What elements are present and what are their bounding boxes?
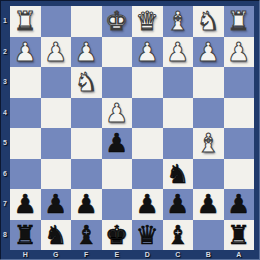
white-pawn-e4[interactable]: ♟ xyxy=(102,98,133,129)
black-pawn-g7[interactable]: ♟ xyxy=(41,189,72,220)
black-rook-a8[interactable]: ♜ xyxy=(224,220,255,251)
square-b4[interactable] xyxy=(193,98,224,129)
square-e4[interactable]: ♟ xyxy=(102,98,133,129)
square-e6[interactable] xyxy=(102,159,133,190)
white-pawn-h2[interactable]: ♟ xyxy=(10,37,41,68)
rank-label-7: 7 xyxy=(0,189,10,220)
white-bishop-b5[interactable]: ♝ xyxy=(193,128,224,159)
square-a3[interactable] xyxy=(224,67,255,98)
square-b3[interactable] xyxy=(193,67,224,98)
rank-label-5: 5 xyxy=(0,128,10,159)
square-h2[interactable]: ♟ xyxy=(10,37,41,68)
square-d7[interactable]: ♟ xyxy=(132,189,163,220)
square-a7[interactable]: ♟ xyxy=(224,189,255,220)
square-f8[interactable]: ♝ xyxy=(71,220,102,251)
square-d2[interactable]: ♟ xyxy=(132,37,163,68)
file-label-b: B xyxy=(193,250,224,260)
square-a2[interactable]: ♟ xyxy=(224,37,255,68)
white-pawn-b2[interactable]: ♟ xyxy=(193,37,224,68)
square-g4[interactable] xyxy=(41,98,72,129)
square-c1[interactable]: ♝ xyxy=(163,6,194,37)
black-pawn-a7[interactable]: ♟ xyxy=(224,189,255,220)
rank-label-1: 1 xyxy=(0,6,10,37)
square-f1[interactable] xyxy=(71,6,102,37)
square-f7[interactable]: ♟ xyxy=(71,189,102,220)
square-g1[interactable] xyxy=(41,6,72,37)
square-d4[interactable] xyxy=(132,98,163,129)
square-d5[interactable] xyxy=(132,128,163,159)
white-knight-f3[interactable]: ♞ xyxy=(71,67,102,98)
black-rook-h8[interactable]: ♜ xyxy=(10,220,41,251)
square-h3[interactable] xyxy=(10,67,41,98)
chess-board: ♜♚♛♝♞♜♟♟♟♟♟♟♟♞♟♟♝♞♟♟♟♟♟♟♟♜♞♝♚♛♝♜ xyxy=(10,6,254,250)
square-c8[interactable]: ♝ xyxy=(163,220,194,251)
white-pawn-g2[interactable]: ♟ xyxy=(41,37,72,68)
white-king-e1[interactable]: ♚ xyxy=(102,6,133,37)
square-f6[interactable] xyxy=(71,159,102,190)
square-d6[interactable] xyxy=(132,159,163,190)
square-c7[interactable]: ♟ xyxy=(163,189,194,220)
square-c3[interactable] xyxy=(163,67,194,98)
square-g5[interactable] xyxy=(41,128,72,159)
rank-label-3: 3 xyxy=(0,67,10,98)
rank-label-4: 4 xyxy=(0,98,10,129)
square-c6[interactable]: ♞ xyxy=(163,159,194,190)
square-e5[interactable]: ♟ xyxy=(102,128,133,159)
black-pawn-d7[interactable]: ♟ xyxy=(132,189,163,220)
file-label-h: H xyxy=(10,250,41,260)
square-h4[interactable] xyxy=(10,98,41,129)
square-f2[interactable]: ♟ xyxy=(71,37,102,68)
square-e2[interactable] xyxy=(102,37,133,68)
square-c2[interactable]: ♟ xyxy=(163,37,194,68)
white-pawn-f2[interactable]: ♟ xyxy=(71,37,102,68)
square-d3[interactable] xyxy=(132,67,163,98)
square-b2[interactable]: ♟ xyxy=(193,37,224,68)
file-label-d: D xyxy=(132,250,163,260)
white-pawn-d2[interactable]: ♟ xyxy=(132,37,163,68)
square-e7[interactable] xyxy=(102,189,133,220)
square-h7[interactable]: ♟ xyxy=(10,189,41,220)
square-g3[interactable] xyxy=(41,67,72,98)
rank-label-8: 8 xyxy=(0,220,10,251)
square-b7[interactable]: ♟ xyxy=(193,189,224,220)
black-pawn-h7[interactable]: ♟ xyxy=(10,189,41,220)
square-g2[interactable]: ♟ xyxy=(41,37,72,68)
file-label-f: F xyxy=(71,250,102,260)
square-e8[interactable]: ♚ xyxy=(102,220,133,251)
square-h6[interactable] xyxy=(10,159,41,190)
black-bishop-c8[interactable]: ♝ xyxy=(163,220,194,251)
square-c5[interactable] xyxy=(163,128,194,159)
square-g8[interactable]: ♞ xyxy=(41,220,72,251)
square-d1[interactable]: ♛ xyxy=(132,6,163,37)
square-h5[interactable] xyxy=(10,128,41,159)
rank-label-6: 6 xyxy=(0,159,10,190)
white-rook-h1[interactable]: ♜ xyxy=(10,6,41,37)
file-label-c: C xyxy=(163,250,194,260)
square-a8[interactable]: ♜ xyxy=(224,220,255,251)
square-g7[interactable]: ♟ xyxy=(41,189,72,220)
square-a6[interactable] xyxy=(224,159,255,190)
white-bishop-c1[interactable]: ♝ xyxy=(163,6,194,37)
square-a1[interactable]: ♜ xyxy=(224,6,255,37)
square-b1[interactable]: ♞ xyxy=(193,6,224,37)
square-f5[interactable] xyxy=(71,128,102,159)
black-king-e8[interactable]: ♚ xyxy=(102,220,133,251)
square-f3[interactable]: ♞ xyxy=(71,67,102,98)
black-knight-c6[interactable]: ♞ xyxy=(163,159,194,190)
square-g6[interactable] xyxy=(41,159,72,190)
square-b6[interactable] xyxy=(193,159,224,190)
square-a5[interactable] xyxy=(224,128,255,159)
square-b8[interactable] xyxy=(193,220,224,251)
white-pawn-a2[interactable]: ♟ xyxy=(224,37,255,68)
chess-board-frame: ♜♚♛♝♞♜♟♟♟♟♟♟♟♞♟♟♝♞♟♟♟♟♟♟♟♜♞♝♚♛♝♜ 1234567… xyxy=(0,0,260,260)
square-h8[interactable]: ♜ xyxy=(10,220,41,251)
white-queen-d1[interactable]: ♛ xyxy=(132,6,163,37)
file-label-a: A xyxy=(224,250,255,260)
black-pawn-c7[interactable]: ♟ xyxy=(163,189,194,220)
white-rook-a1[interactable]: ♜ xyxy=(224,6,255,37)
black-queen-d8[interactable]: ♛ xyxy=(132,220,163,251)
white-knight-b1[interactable]: ♞ xyxy=(193,6,224,37)
white-pawn-c2[interactable]: ♟ xyxy=(163,37,194,68)
square-f4[interactable] xyxy=(71,98,102,129)
file-label-g: G xyxy=(41,250,72,260)
square-e3[interactable] xyxy=(102,67,133,98)
square-e1[interactable]: ♚ xyxy=(102,6,133,37)
rank-label-2: 2 xyxy=(0,37,10,68)
file-label-e: E xyxy=(102,250,133,260)
square-c4[interactable] xyxy=(163,98,194,129)
square-a4[interactable] xyxy=(224,98,255,129)
black-pawn-b7[interactable]: ♟ xyxy=(193,189,224,220)
black-knight-g8[interactable]: ♞ xyxy=(41,220,72,251)
square-d8[interactable]: ♛ xyxy=(132,220,163,251)
black-bishop-f8[interactable]: ♝ xyxy=(71,220,102,251)
square-h1[interactable]: ♜ xyxy=(10,6,41,37)
black-pawn-e5[interactable]: ♟ xyxy=(102,128,133,159)
square-b5[interactable]: ♝ xyxy=(193,128,224,159)
black-pawn-f7[interactable]: ♟ xyxy=(71,189,102,220)
